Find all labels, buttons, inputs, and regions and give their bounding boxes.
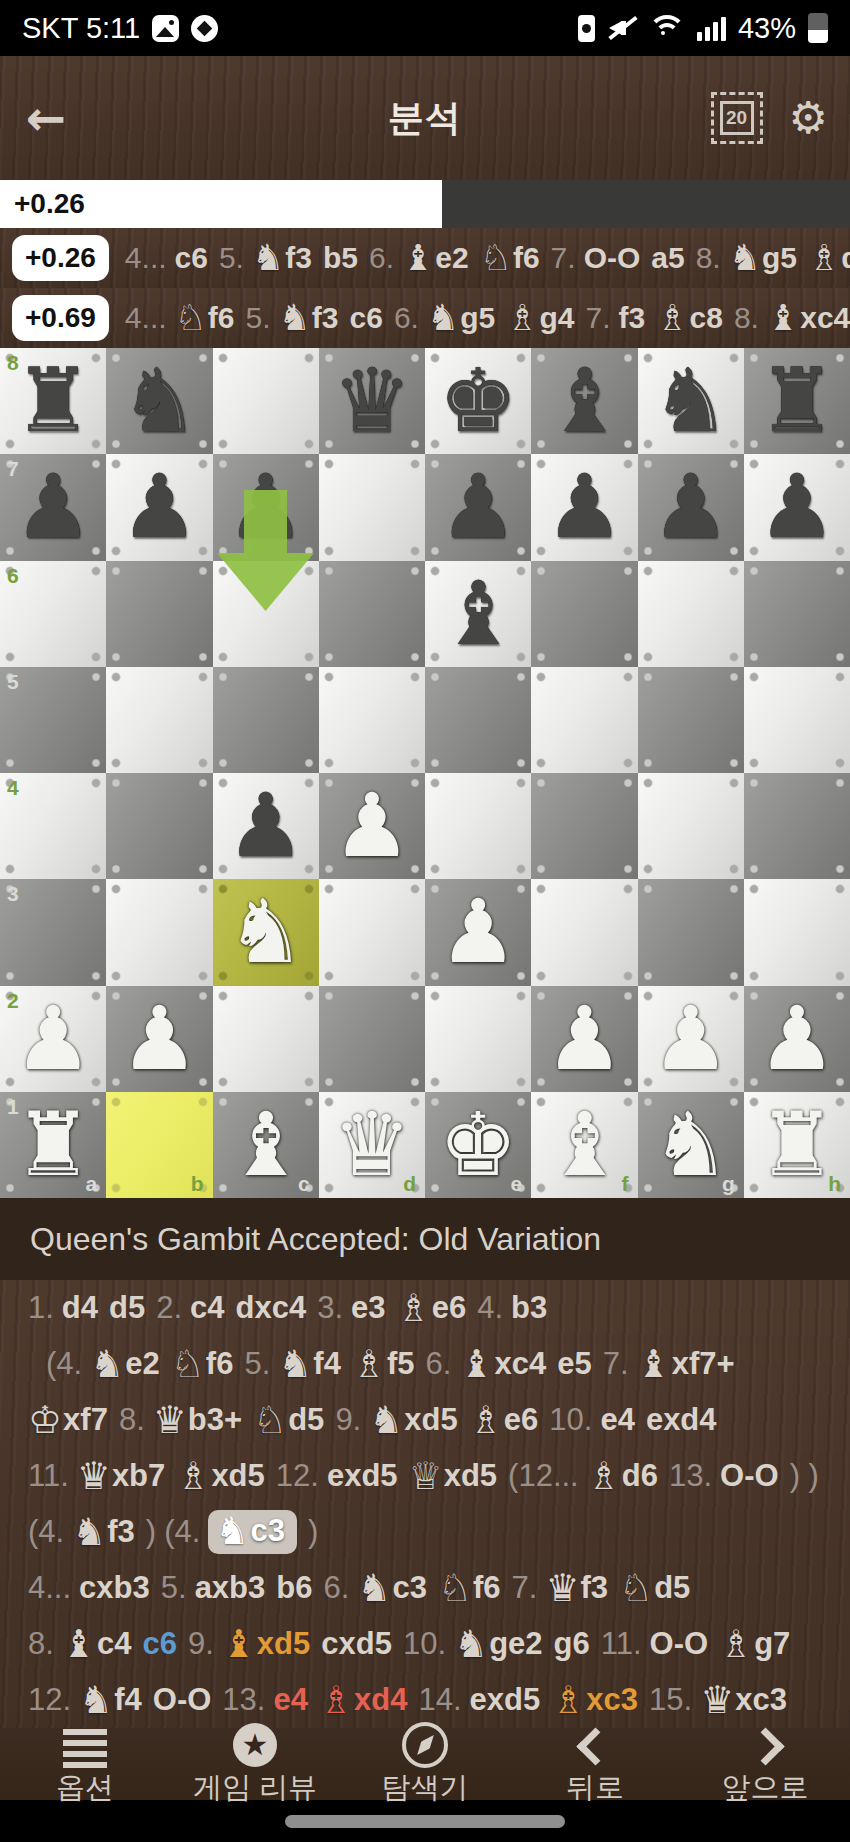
move[interactable]: ♗xc3 [551,1681,638,1719]
white-pawn-e3: ♟ [439,888,518,976]
status-bar-left: SKT 5:11 [22,12,218,45]
white-pawn-d4: ♟ [332,782,411,870]
move[interactable]: ♘f6 [175,300,235,336]
move[interactable]: ♘f6 [480,240,540,276]
move-number: 4... [125,241,167,275]
move-number: 9. [188,1626,214,1662]
move-number: 5. [246,301,271,335]
white-bishop-c1: ♝ [226,1101,305,1189]
move[interactable]: c6 [175,241,208,275]
white-pawn-f2: ♟ [545,995,624,1083]
settings-gear-icon[interactable]: ⚙ [789,96,828,140]
compass-icon [402,1722,448,1768]
rank-label-6: 6 [7,565,19,586]
piece-glyph: ♝ [222,1625,256,1663]
move-number: (12... [508,1458,579,1494]
move[interactable]: e5 [557,1346,591,1382]
move[interactable]: c6 [142,1626,176,1662]
square-a4[interactable]: 4 [0,773,106,879]
move[interactable]: ♗e6 [469,1401,539,1439]
engine-line-1[interactable]: +0.26 4...c65.♞f3b56.♝e2♘f67.O-Oa58.♞g5♗… [0,228,850,288]
move[interactable]: e4 [600,1402,634,1438]
move[interactable]: O-O [584,241,641,275]
move[interactable]: c6 [350,301,383,335]
move[interactable]: exd5 [327,1458,398,1494]
square-b8[interactable]: ♞ [106,348,212,454]
status-bar: SKT 5:11 43% [0,0,850,56]
piece-glyph: ♕ [409,1457,443,1495]
rank-label-5: 5 [7,671,19,692]
square-f5[interactable] [531,667,637,773]
chess-analysis-screen: SKT 5:11 43% ← 분석 20 ⚙ +0.26 +0.26 4...c… [0,0,850,1842]
piece-glyph: ♗ [397,1289,431,1327]
file-label-g: g [722,1173,735,1194]
home-indicator[interactable] [285,1815,565,1828]
nav-game-review[interactable]: ★ 게임 리뷰 [170,1730,340,1802]
piece-glyph: ♞ [357,1569,391,1607]
move[interactable]: ♘d5 [253,1401,324,1439]
move-list-line: 4...cxb35.axb3b66.♞c3♘f67.♛f3♘d5 [28,1560,850,1616]
square-g7[interactable]: ♟ [638,454,744,560]
rank-label-3: 3 [7,883,19,904]
move-number: 8. [696,241,721,275]
move[interactable]: cxb3 [79,1570,150,1606]
move-number: (4. [46,1346,82,1382]
move[interactable]: O-O [650,1626,709,1662]
square-d8[interactable]: ♛ [319,348,425,454]
options-list-icon [63,1729,107,1768]
move[interactable]: d5 [109,1290,145,1326]
chess-board: 8♜♞♛♚♝♞♜7♟♟♟♟♟♟♟6♝54♟♟3♞♟2♟♟♟♟♟1a♜bc♝d♛e… [0,348,850,1198]
battery-percent-label: 43% [738,12,796,45]
engine-depth-value: 20 [720,101,754,135]
engine-line-2-moves: 4...♘f65.♞f3c66.♞g5♗g47.f3♗c88.♝xc4e69. … [125,300,850,336]
square-a6[interactable]: 6 [0,561,106,667]
black-bishop-f8: ♝ [545,357,624,445]
white-pawn-b2: ♟ [120,995,199,1083]
move[interactable]: d4 [62,1290,98,1326]
square-f1[interactable]: f♝ [531,1092,637,1198]
move-number: 10. [403,1626,446,1662]
nav-forward-label: 앞으로 [722,1773,809,1802]
piece-glyph: ♘ [480,240,512,276]
move[interactable]: ♞c3 [208,1510,297,1554]
move-number: 12. [276,1458,319,1494]
square-b2[interactable]: ♟ [106,986,212,1092]
piece-glyph: ♝ [459,1345,493,1383]
move[interactable]: ♝xd5 [222,1625,311,1663]
square-g8[interactable]: ♞ [638,348,744,454]
square-a7[interactable]: 7♟ [0,454,106,560]
nav-back[interactable]: 뒤로 [510,1730,680,1802]
black-pawn-h7: ♟ [757,463,836,551]
black-queen-d8: ♛ [332,357,411,445]
square-c2[interactable] [213,986,319,1092]
square-b1[interactable]: b [106,1092,212,1198]
move[interactable]: O-O [720,1458,779,1494]
square-f2[interactable]: ♟ [531,986,637,1092]
move-number: (4. [28,1514,64,1550]
move[interactable]: cxd5 [321,1626,392,1662]
move-number: 13. [222,1682,265,1718]
square-c6[interactable] [213,561,319,667]
move-number: 9. [335,1402,361,1438]
move[interactable]: ♗c8 [656,300,723,336]
white-bishop-f1: ♝ [545,1101,624,1189]
move[interactable]: ♗g7 [719,1625,790,1663]
black-pawn-a7: ♟ [14,463,93,551]
board-container: 8♜♞♛♚♝♞♜7♟♟♟♟♟♟♟6♝54♟♟3♞♟2♟♟♟♟♟1a♜bc♝d♛e… [0,348,850,1198]
rank-label-7: 7 [7,458,19,479]
nav-explorer-label: 탐색기 [382,1773,469,1802]
piece-glyph: ♗ [352,1345,386,1383]
move-number: 11. [28,1458,69,1494]
square-f6[interactable] [531,561,637,667]
square-b3[interactable] [106,879,212,985]
nav-game-review-label: 게임 리뷰 [193,1773,317,1802]
move[interactable]: ♗d6 [587,1457,658,1495]
piece-glyph: ♛ [153,1401,187,1439]
move-number: 13. [669,1458,712,1494]
move[interactable]: ♝xc4 [767,300,850,336]
square-h4[interactable] [744,773,850,879]
file-label-d: d [403,1173,416,1194]
piece-glyph: ♗ [176,1457,210,1495]
move-number: 1. [28,1290,54,1326]
move-number: 6. [426,1346,452,1382]
square-a2[interactable]: 2♟ [0,986,106,1092]
piece-glyph: ♛ [77,1457,111,1495]
status-bar-right: 43% [578,12,828,45]
piece-glyph: ♗ [808,240,840,276]
file-label-e: e [511,1173,523,1194]
nav-forward[interactable]: 앞으로 [680,1730,850,1802]
move[interactable]: ♛xb7 [77,1457,166,1495]
back-button[interactable]: ← [26,94,66,142]
move-list: 1.d4d52.c4dxc43.e3♗e64.b3(4.♞e2♘f65.♞f4♗… [0,1280,850,1728]
move[interactable]: ♔xf7 [28,1401,108,1439]
square-a3[interactable]: 3 [0,879,106,985]
move[interactable]: exd4 [646,1402,717,1438]
move[interactable]: ♗xd4 [319,1681,408,1719]
white-rook-a1: ♜ [14,1101,93,1189]
square-b7[interactable]: ♟ [106,454,212,560]
piece-glyph: ♞ [454,1625,488,1663]
piece-glyph: ♗ [506,300,538,336]
square-f4[interactable] [531,773,637,879]
move[interactable]: ♞c3 [357,1569,427,1607]
move[interactable]: ♞f3 [279,300,339,336]
move[interactable]: axb3 [195,1570,266,1606]
square-g1[interactable]: g♞ [638,1092,744,1198]
file-label-b: b [191,1173,204,1194]
move[interactable]: e4 [273,1682,307,1718]
move-number: 8. [734,301,759,335]
black-knight-g8: ♞ [651,357,730,445]
piece-glyph: ♞ [90,1345,124,1383]
black-pawn-b7: ♟ [120,463,199,551]
move[interactable]: ♝c4 [62,1625,132,1663]
bottom-nav: 옵션 ★ 게임 리뷰 탐색기 뒤로 앞으로 [0,1728,850,1800]
square-e3[interactable]: ♟ [425,879,531,985]
black-king-e8: ♚ [439,357,518,445]
move[interactable]: ♗g4 [506,300,574,336]
move[interactable]: ♘d5 [619,1569,690,1607]
piece-glyph: ♞ [427,300,459,336]
piece-glyph: ♛ [545,1569,579,1607]
move[interactable]: ♞g5 [427,300,495,336]
square-e1[interactable]: e♚ [425,1092,531,1198]
square-h5[interactable] [744,667,850,773]
move-number: 6. [369,241,394,275]
nav-options-label: 옵션 [56,1773,114,1802]
move-number: 5. [161,1570,187,1606]
wifi-icon [649,15,685,42]
square-d6[interactable] [319,561,425,667]
square-g5[interactable] [638,667,744,773]
move[interactable]: e3 [351,1290,385,1326]
piece-glyph: ♝ [62,1625,96,1663]
move[interactable]: g6 [554,1626,590,1662]
square-e5[interactable] [425,667,531,773]
rank-label-8: 8 [7,352,19,373]
square-c4[interactable]: ♟ [213,773,319,879]
square-d5[interactable] [319,667,425,773]
square-c5[interactable] [213,667,319,773]
square-g2[interactable]: ♟ [638,986,744,1092]
square-g4[interactable] [638,773,744,879]
piece-glyph: ♘ [619,1569,653,1607]
move-number: 12. [28,1682,71,1718]
move[interactable]: ♞f4 [79,1681,142,1719]
rank-label-4: 4 [7,777,19,798]
engine-line-1-moves: 4...c65.♞f3b56.♝e2♘f67.O-Oa58.♞g5♗d79. .… [125,240,850,276]
piece-glyph: ♝ [402,240,434,276]
signal-bars-icon [697,15,726,41]
move[interactable]: ♝xc4 [459,1345,546,1383]
move[interactable]: ♞ge2 [454,1625,543,1663]
square-c8[interactable] [213,348,319,454]
move[interactable]: b6 [276,1570,312,1606]
move-number: 6. [394,301,419,335]
square-h8[interactable]: ♜ [744,348,850,454]
engine-line-2[interactable]: +0.69 4...♘f65.♞f3c66.♞g5♗g47.f3♗c88.♝xc… [0,288,850,348]
square-d2[interactable] [319,986,425,1092]
move[interactable]: ♞f3 [252,240,312,276]
black-pawn-f7: ♟ [545,463,624,551]
move-number: 4... [28,1570,71,1606]
square-f8[interactable]: ♝ [531,348,637,454]
piece-glyph: ♞ [252,240,284,276]
move[interactable]: ♗xd5 [176,1457,265,1495]
piece-glyph: ♗ [719,1625,753,1663]
move[interactable]: c4 [190,1290,224,1326]
app-header: ← 분석 20 ⚙ [0,56,850,180]
star-circle-icon: ★ [233,1723,277,1767]
move-list-line: ♔xf78.♛b3+♘d59.♞xd5♗e610.e4exd4 [28,1392,850,1448]
square-e7[interactable]: ♟ [425,454,531,560]
file-label-f: f [622,1173,629,1194]
piece-glyph: ♘ [253,1401,287,1439]
square-f3[interactable] [531,879,637,985]
piece-glyph: ♘ [171,1345,205,1383]
white-rook-h1: ♜ [757,1101,836,1189]
black-pawn-g7: ♟ [651,463,730,551]
move-number: 14. [418,1682,461,1718]
square-h7[interactable]: ♟ [744,454,850,560]
square-a5[interactable]: 5 [0,667,106,773]
move[interactable]: a5 [651,241,684,275]
mute-icon [607,14,637,42]
move-number: 7. [551,241,576,275]
engine-depth-chip-icon[interactable]: 20 [711,92,763,144]
move-number: 4. [477,1290,503,1326]
square-e2[interactable] [425,986,531,1092]
move[interactable]: ♗d7 [808,240,850,276]
move-number: 5. [244,1346,270,1382]
move-list-line: 12.♞f4O-O13.e4♗xd414.exd5♗xc315.♛xc3 [28,1672,850,1728]
square-c3[interactable]: ♞ [213,879,319,985]
move[interactable]: ♗e6 [397,1289,467,1327]
white-pawn-h2: ♟ [757,995,836,1083]
battery-saver-icon [578,15,595,42]
square-f7[interactable]: ♟ [531,454,637,560]
white-knight-c3: ♞ [226,888,305,976]
square-e4[interactable] [425,773,531,879]
battery-icon [808,13,828,43]
white-king-e1: ♚ [439,1101,518,1189]
move[interactable]: ♕xd5 [409,1457,498,1495]
move[interactable]: b5 [323,241,358,275]
game-notification-icon [191,15,218,42]
black-pawn-c7: ♟ [226,463,305,551]
white-pawn-g2: ♟ [651,995,730,1083]
piece-glyph: ♗ [469,1401,503,1439]
move-list-line: 11.♛xb7♗xd512.exd5♕xd5(12...♗d613.O-O) ) [28,1448,850,1504]
evaluation-bar: +0.26 [0,180,850,228]
move[interactable]: O-O [153,1682,212,1718]
move-number: ) [146,1514,156,1550]
move[interactable]: ♞f4 [278,1345,341,1383]
move-number: 15. [649,1682,692,1718]
nav-back-label: 뒤로 [566,1773,624,1802]
move[interactable]: ♛b3+ [153,1401,242,1439]
evaluation-value: +0.26 [0,188,85,220]
move-number: 4... [125,301,167,335]
nav-explorer[interactable]: 탐색기 [340,1730,510,1802]
square-a1[interactable]: 1a♜ [0,1092,106,1198]
file-label-a: a [86,1173,98,1194]
file-label-c: c [298,1173,310,1194]
move[interactable]: ♝e2 [402,240,469,276]
move[interactable]: ♘f6 [438,1569,501,1607]
black-pawn-e7: ♟ [439,463,518,551]
piece-glyph: ♔ [28,1401,62,1439]
square-h6[interactable] [744,561,850,667]
piece-glyph: ♝ [637,1345,671,1383]
photo-notification-icon [152,15,179,42]
black-pawn-c4: ♟ [226,782,305,870]
move-number: 8. [28,1626,54,1662]
square-b6[interactable] [106,561,212,667]
page-title: 분석 [388,94,462,143]
move[interactable]: f3 [619,301,646,335]
black-rook-a8: ♜ [14,357,93,445]
square-a8[interactable]: 8♜ [0,348,106,454]
black-bishop-e6: ♝ [439,570,518,658]
move-number: 8. [119,1402,145,1438]
nav-options[interactable]: 옵션 [0,1730,170,1802]
square-c1[interactable]: c♝ [213,1092,319,1198]
piece-glyph: ♞ [72,1513,106,1551]
square-e6[interactable]: ♝ [425,561,531,667]
piece-glyph: ♗ [551,1681,585,1719]
square-h2[interactable]: ♟ [744,986,850,1092]
piece-glyph: ♗ [587,1457,621,1495]
engine-line-2-eval-badge: +0.69 [12,295,109,341]
move-list-line: 8.♝c4c69.♝xd5cxd510.♞ge2g611.O-O♗g7 [28,1616,850,1672]
square-g6[interactable] [638,561,744,667]
move-number: 6. [323,1570,349,1606]
white-pawn-a2: ♟ [14,995,93,1083]
move[interactable]: ♞f3 [72,1513,135,1551]
piece-glyph: ♘ [175,300,207,336]
move-number: (4. [164,1514,200,1550]
move[interactable]: ♘f6 [171,1345,234,1383]
rank-label-2: 2 [7,990,19,1011]
move[interactable]: ♞xd5 [369,1401,458,1439]
move-number: 2. [156,1290,182,1326]
opening-name-bar: Queen's Gambit Accepted: Old Variation [0,1198,850,1280]
move[interactable]: ♗f5 [352,1345,415,1383]
move-number: 7. [512,1570,538,1606]
system-gesture-bar [0,1800,850,1842]
move[interactable]: b3 [511,1290,547,1326]
engine-line-1-eval-badge: +0.26 [12,235,109,281]
move-list-line: (4.♞f3)(4.♞c3) [28,1504,850,1560]
square-d3[interactable] [319,879,425,985]
square-d4[interactable]: ♟ [319,773,425,879]
move[interactable]: ♞e2 [90,1345,160,1383]
file-label-h: h [828,1173,841,1194]
square-d1[interactable]: d♛ [319,1092,425,1198]
move[interactable]: dxc4 [236,1290,307,1326]
move[interactable]: ♞g5 [729,240,797,276]
square-g3[interactable] [638,879,744,985]
piece-glyph: ♞ [215,1512,249,1550]
square-c7[interactable]: ♟ [213,454,319,560]
piece-glyph: ♗ [656,300,688,336]
square-b5[interactable] [106,667,212,773]
square-b4[interactable] [106,773,212,879]
move[interactable]: exd5 [470,1682,541,1718]
square-h3[interactable] [744,879,850,985]
white-knight-g1: ♞ [651,1101,730,1189]
move-number: 7. [586,301,611,335]
square-d7[interactable] [319,454,425,560]
move[interactable]: ♛xc3 [700,1681,787,1719]
move[interactable]: ♝xf7+ [637,1345,735,1383]
carrier-time-label: SKT 5:11 [22,12,140,45]
chevron-left-icon [576,1727,614,1765]
move-number: ) [308,1514,318,1550]
piece-glyph: ♞ [729,240,761,276]
move[interactable]: ♛f3 [545,1569,608,1607]
square-e8[interactable]: ♚ [425,348,531,454]
move-list-line: (4.♞e2♘f65.♞f4♗f56.♝xc4e57.♝xf7+ [28,1336,850,1392]
piece-glyph: ♘ [438,1569,472,1607]
square-h1[interactable]: h♜ [744,1092,850,1198]
